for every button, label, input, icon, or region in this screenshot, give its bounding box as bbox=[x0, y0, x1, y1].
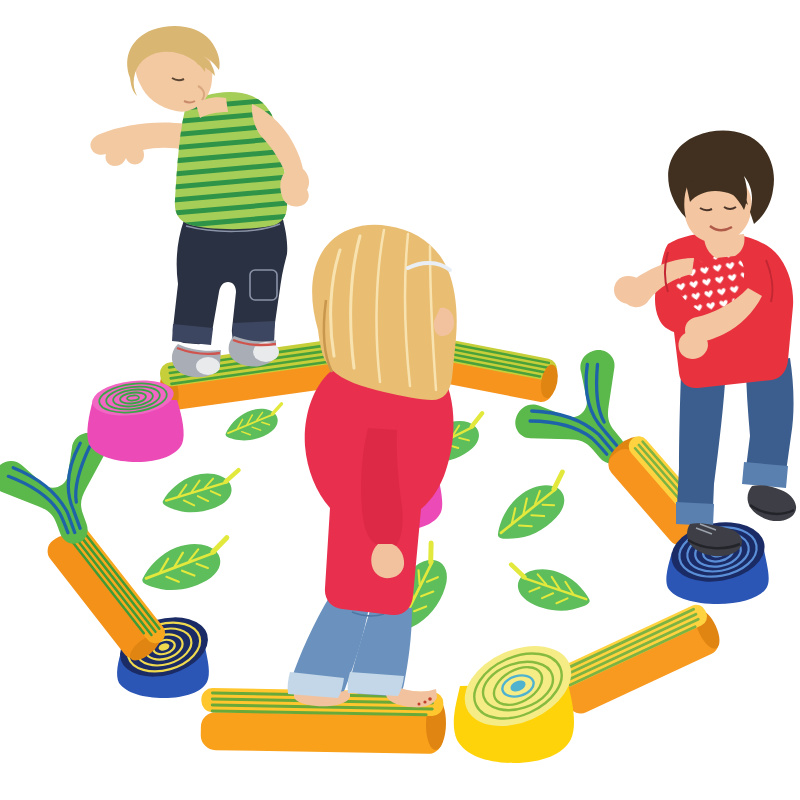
product-photo bbox=[0, 0, 800, 800]
girl-middle-hand bbox=[371, 544, 404, 578]
girl-middle-cuff-front bbox=[348, 672, 404, 696]
girl-middle-sleeve bbox=[361, 428, 403, 546]
balance-course-illustration bbox=[0, 0, 800, 800]
